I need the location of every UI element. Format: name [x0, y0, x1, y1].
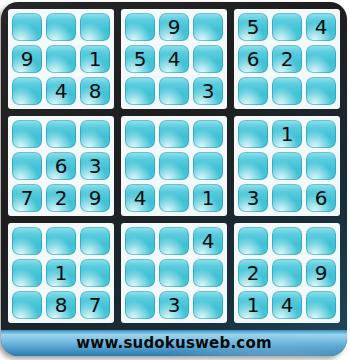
cell-r7c4 — [125, 227, 155, 255]
cell-r5c7 — [238, 152, 268, 180]
cell-r7c7 — [238, 227, 268, 255]
cell-r4c4 — [125, 120, 155, 148]
cell-r4c7 — [238, 120, 268, 148]
cell-r5c2: 6 — [46, 152, 76, 180]
cell-r2c5: 4 — [159, 45, 189, 73]
cell-r8c4 — [125, 259, 155, 287]
cell-r3c4 — [125, 77, 155, 105]
cell-r6c7: 3 — [238, 184, 268, 212]
cell-r9c8: 4 — [272, 291, 302, 319]
cell-r8c7: 2 — [238, 259, 268, 287]
cell-r1c5: 9 — [159, 13, 189, 41]
cell-r4c5 — [159, 120, 189, 148]
cell-r7c2 — [46, 227, 76, 255]
cell-r8c2: 1 — [46, 259, 76, 287]
box-r1c3: 5462 — [234, 9, 340, 109]
cell-r8c3 — [80, 259, 110, 287]
cell-r6c4: 4 — [125, 184, 155, 212]
box-r2c1: 63729 — [8, 116, 114, 216]
cell-r3c6: 3 — [193, 77, 223, 105]
cell-r1c4 — [125, 13, 155, 41]
cell-r6c1: 7 — [12, 184, 42, 212]
cell-r1c7: 5 — [238, 13, 268, 41]
sudoku-board: 9148 9543 5462 63729 41 136 187 43 2914 … — [1, 2, 347, 356]
cell-r5c4 — [125, 152, 155, 180]
box-r2c2: 41 — [121, 116, 227, 216]
cell-r6c3: 9 — [80, 184, 110, 212]
cell-r7c3 — [80, 227, 110, 255]
cell-r9c7: 1 — [238, 291, 268, 319]
cell-r1c2 — [46, 13, 76, 41]
cell-r8c9: 9 — [306, 259, 336, 287]
cell-r9c3: 7 — [80, 291, 110, 319]
cell-r2c3: 1 — [80, 45, 110, 73]
cell-r8c6 — [193, 259, 223, 287]
cell-r4c1 — [12, 120, 42, 148]
cell-r6c5 — [159, 184, 189, 212]
sudoku-grid: 9148 9543 5462 63729 41 136 187 43 2914 — [1, 2, 347, 330]
footer-band: www.sudokusweb.com — [1, 330, 347, 356]
cell-r7c1 — [12, 227, 42, 255]
cell-r4c6 — [193, 120, 223, 148]
cell-r8c5 — [159, 259, 189, 287]
cell-r4c8: 1 — [272, 120, 302, 148]
cell-r2c7: 6 — [238, 45, 268, 73]
cell-r8c1 — [12, 259, 42, 287]
cell-r3c9 — [306, 77, 336, 105]
cell-r2c1: 9 — [12, 45, 42, 73]
cell-r3c3: 8 — [80, 77, 110, 105]
cell-r5c5 — [159, 152, 189, 180]
cell-r5c3: 3 — [80, 152, 110, 180]
cell-r3c2: 4 — [46, 77, 76, 105]
cell-r1c6 — [193, 13, 223, 41]
cell-r3c7 — [238, 77, 268, 105]
cell-r9c1 — [12, 291, 42, 319]
cell-r7c9 — [306, 227, 336, 255]
cell-r5c1 — [12, 152, 42, 180]
cell-r9c2: 8 — [46, 291, 76, 319]
cell-r2c4: 5 — [125, 45, 155, 73]
cell-r7c6: 4 — [193, 227, 223, 255]
cell-r6c2: 2 — [46, 184, 76, 212]
cell-r3c5 — [159, 77, 189, 105]
cell-r3c1 — [12, 77, 42, 105]
cell-r6c8 — [272, 184, 302, 212]
cell-r3c8 — [272, 77, 302, 105]
box-r1c2: 9543 — [121, 9, 227, 109]
cell-r2c8: 2 — [272, 45, 302, 73]
cell-r4c3 — [80, 120, 110, 148]
cell-r7c8 — [272, 227, 302, 255]
cell-r2c9 — [306, 45, 336, 73]
cell-r9c9 — [306, 291, 336, 319]
cell-r1c8 — [272, 13, 302, 41]
cell-r1c1 — [12, 13, 42, 41]
cell-r9c5: 3 — [159, 291, 189, 319]
box-r3c3: 2914 — [234, 223, 340, 323]
cell-r5c6 — [193, 152, 223, 180]
cell-r5c9 — [306, 152, 336, 180]
box-r2c3: 136 — [234, 116, 340, 216]
cell-r4c9 — [306, 120, 336, 148]
cell-r9c4 — [125, 291, 155, 319]
cell-r4c2 — [46, 120, 76, 148]
box-r3c1: 187 — [8, 223, 114, 323]
box-r1c1: 9148 — [8, 9, 114, 109]
cell-r7c5 — [159, 227, 189, 255]
cell-r2c2 — [46, 45, 76, 73]
site-url-text: www.sudokusweb.com — [76, 334, 271, 352]
cell-r6c6: 1 — [193, 184, 223, 212]
cell-r6c9: 6 — [306, 184, 336, 212]
box-r3c2: 43 — [121, 223, 227, 323]
cell-r2c6 — [193, 45, 223, 73]
cell-r1c3 — [80, 13, 110, 41]
cell-r9c6 — [193, 291, 223, 319]
cell-r5c8 — [272, 152, 302, 180]
cell-r8c8 — [272, 259, 302, 287]
cell-r1c9: 4 — [306, 13, 336, 41]
